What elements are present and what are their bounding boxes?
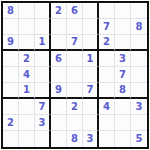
cell-r8c9-empty[interactable] — [131, 115, 147, 131]
cell-r9c2-empty[interactable] — [19, 131, 35, 147]
cell-r1c6-empty[interactable] — [83, 3, 99, 19]
cell-r9c6-given-3[interactable]: 3 — [83, 131, 99, 147]
cell-r1c2-empty[interactable] — [19, 3, 35, 19]
cell-r2c3-empty[interactable] — [35, 19, 51, 35]
cell-r5c6-empty[interactable] — [83, 67, 99, 83]
cell-r5c4-empty[interactable] — [51, 67, 67, 83]
cell-r5c3-empty[interactable] — [35, 67, 51, 83]
cell-r4c8-given-3[interactable]: 3 — [115, 51, 131, 67]
cell-r6c5-empty[interactable] — [67, 83, 83, 99]
cell-r9c8-empty[interactable] — [115, 131, 131, 147]
cell-r3c4-empty[interactable] — [51, 35, 67, 51]
cell-r8c2-empty[interactable] — [19, 115, 35, 131]
cell-r3c1-given-9[interactable]: 9 — [3, 35, 19, 51]
cell-r6c9-empty[interactable] — [131, 83, 147, 99]
cell-r7c6-empty[interactable] — [83, 99, 99, 115]
cell-r7c7-given-4[interactable]: 4 — [99, 99, 115, 115]
cell-r4c1-empty[interactable] — [3, 51, 19, 67]
cell-r2c9-given-8[interactable]: 8 — [131, 19, 147, 35]
cell-r6c1-empty[interactable] — [3, 83, 19, 99]
cell-r4c7-empty[interactable] — [99, 51, 115, 67]
sudoku-board: 8267891722613471978724323835 — [1, 1, 149, 149]
cell-r6c6-given-7[interactable]: 7 — [83, 83, 99, 99]
cell-r4c3-empty[interactable] — [35, 51, 51, 67]
cell-r7c8-empty[interactable] — [115, 99, 131, 115]
cell-r4c4-given-6[interactable]: 6 — [51, 51, 67, 67]
cell-r5c1-empty[interactable] — [3, 67, 19, 83]
cell-r2c2-empty[interactable] — [19, 19, 35, 35]
cell-r1c7-empty[interactable] — [99, 3, 115, 19]
cell-r5c9-empty[interactable] — [131, 67, 147, 83]
cell-r4c6-given-1[interactable]: 1 — [83, 51, 99, 67]
cell-r5c5-empty[interactable] — [67, 67, 83, 83]
cell-r9c9-given-5[interactable]: 5 — [131, 131, 147, 147]
cell-r9c3-empty[interactable] — [35, 131, 51, 147]
cell-r8c3-given-3[interactable]: 3 — [35, 115, 51, 131]
cell-r8c6-empty[interactable] — [83, 115, 99, 131]
cell-r4c9-empty[interactable] — [131, 51, 147, 67]
cell-r2c6-empty[interactable] — [83, 19, 99, 35]
cell-r7c4-empty[interactable] — [51, 99, 67, 115]
cell-r7c9-given-3[interactable]: 3 — [131, 99, 147, 115]
cell-r6c7-empty[interactable] — [99, 83, 115, 99]
cell-r5c2-given-4[interactable]: 4 — [19, 67, 35, 83]
cell-r2c4-empty[interactable] — [51, 19, 67, 35]
cell-r8c4-empty[interactable] — [51, 115, 67, 131]
cell-r3c8-empty[interactable] — [115, 35, 131, 51]
cell-r3c9-empty[interactable] — [131, 35, 147, 51]
cell-r2c1-empty[interactable] — [3, 19, 19, 35]
cell-r2c5-empty[interactable] — [67, 19, 83, 35]
cell-r7c1-empty[interactable] — [3, 99, 19, 115]
cell-r7c3-given-7[interactable]: 7 — [35, 99, 51, 115]
cell-r9c5-given-8[interactable]: 8 — [67, 131, 83, 147]
cell-r2c8-empty[interactable] — [115, 19, 131, 35]
cell-r4c5-empty[interactable] — [67, 51, 83, 67]
cell-r1c4-given-2[interactable]: 2 — [51, 3, 67, 19]
cell-r9c1-empty[interactable] — [3, 131, 19, 147]
cell-r1c8-empty[interactable] — [115, 3, 131, 19]
cell-r1c9-empty[interactable] — [131, 3, 147, 19]
cell-r9c7-empty[interactable] — [99, 131, 115, 147]
cell-r7c2-empty[interactable] — [19, 99, 35, 115]
cell-r5c8-given-7[interactable]: 7 — [115, 67, 131, 83]
cell-r3c7-given-2[interactable]: 2 — [99, 35, 115, 51]
cell-r8c7-empty[interactable] — [99, 115, 115, 131]
cell-r1c5-given-6[interactable]: 6 — [67, 3, 83, 19]
cell-r8c1-given-2[interactable]: 2 — [3, 115, 19, 131]
cell-r3c2-empty[interactable] — [19, 35, 35, 51]
cell-r6c3-empty[interactable] — [35, 83, 51, 99]
cell-r8c5-empty[interactable] — [67, 115, 83, 131]
cell-r3c3-given-1[interactable]: 1 — [35, 35, 51, 51]
cell-r6c4-given-9[interactable]: 9 — [51, 83, 67, 99]
cell-r6c8-given-8[interactable]: 8 — [115, 83, 131, 99]
cell-r5c7-empty[interactable] — [99, 67, 115, 83]
cell-r3c6-empty[interactable] — [83, 35, 99, 51]
cell-r7c5-given-2[interactable]: 2 — [67, 99, 83, 115]
cell-r9c4-empty[interactable] — [51, 131, 67, 147]
cell-r1c1-given-8[interactable]: 8 — [3, 3, 19, 19]
cell-r4c2-given-2[interactable]: 2 — [19, 51, 35, 67]
cell-r8c8-empty[interactable] — [115, 115, 131, 131]
cell-r3c5-given-7[interactable]: 7 — [67, 35, 83, 51]
cell-r6c2-given-1[interactable]: 1 — [19, 83, 35, 99]
cell-r2c7-given-7[interactable]: 7 — [99, 19, 115, 35]
cell-r1c3-empty[interactable] — [35, 3, 51, 19]
